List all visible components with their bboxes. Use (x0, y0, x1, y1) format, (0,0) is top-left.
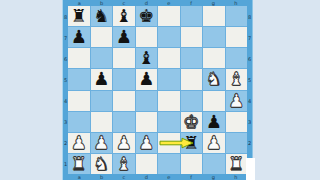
white-knight[interactable]: ♞ (93, 155, 109, 173)
square-g4[interactable] (203, 91, 225, 111)
square-f3[interactable]: ♚ (181, 112, 203, 132)
square-c8[interactable]: ♝ (113, 6, 135, 26)
rank-label: 2 (247, 132, 252, 153)
square-e2[interactable] (158, 133, 180, 153)
square-d1[interactable] (136, 154, 158, 174)
square-a2[interactable]: ♟ (68, 133, 90, 153)
chess-board: abcdefgh abcdefgh 87654321 87654321 ♜♞♝♚… (62, 0, 253, 180)
file-labels-bottom: abcdefgh (68, 174, 247, 180)
file-label: h (225, 174, 247, 180)
square-g1[interactable] (203, 154, 225, 174)
square-h7[interactable] (226, 27, 248, 47)
square-d7[interactable] (136, 27, 158, 47)
white-pawn[interactable]: ♟ (228, 92, 244, 110)
square-e3[interactable] (158, 112, 180, 132)
square-d2[interactable]: ♟ (136, 133, 158, 153)
square-a8[interactable]: ♜ (68, 6, 90, 26)
square-f7[interactable] (181, 27, 203, 47)
file-label: a (68, 174, 90, 180)
square-g3[interactable]: ♟ (203, 112, 225, 132)
rank-label: 6 (247, 48, 252, 69)
square-b7[interactable] (91, 27, 113, 47)
square-e7[interactable] (158, 27, 180, 47)
white-knight[interactable]: ♞ (206, 70, 222, 88)
square-f5[interactable] (181, 69, 203, 89)
black-bishop[interactable]: ♝ (116, 7, 132, 25)
square-c1[interactable]: ♝ (113, 154, 135, 174)
square-b4[interactable] (91, 91, 113, 111)
square-a1[interactable]: ♜ (68, 154, 90, 174)
square-g2[interactable]: ♟ (203, 133, 225, 153)
file-label: b (90, 174, 112, 180)
square-e8[interactable] (158, 6, 180, 26)
square-c3[interactable] (113, 112, 135, 132)
square-a6[interactable] (68, 48, 90, 68)
square-a7[interactable]: ♟ (68, 27, 90, 47)
white-rook[interactable]: ♜ (228, 155, 244, 173)
black-pawn[interactable]: ♟ (93, 70, 109, 88)
board-grid: ♜♞♝♚♟♟♝♟♟♞♝♟♚♟♟♟♟♟♜♟♜♞♝♜ (68, 6, 247, 174)
white-corner-patch (246, 158, 255, 180)
white-pawn[interactable]: ♟ (71, 134, 87, 152)
square-g8[interactable] (203, 6, 225, 26)
square-b2[interactable]: ♟ (91, 133, 113, 153)
rank-label: 8 (247, 6, 252, 27)
square-d3[interactable] (136, 112, 158, 132)
square-h1[interactable]: ♜ (226, 154, 248, 174)
screenshot-root: abcdefgh abcdefgh 87654321 87654321 ♜♞♝♚… (0, 0, 320, 180)
square-f4[interactable] (181, 91, 203, 111)
file-label: c (113, 174, 135, 180)
square-d4[interactable] (136, 91, 158, 111)
square-g6[interactable] (203, 48, 225, 68)
white-pawn[interactable]: ♟ (206, 134, 222, 152)
square-h6[interactable] (226, 48, 248, 68)
white-pawn[interactable]: ♟ (138, 134, 154, 152)
black-pawn[interactable]: ♟ (206, 113, 222, 131)
square-b6[interactable] (91, 48, 113, 68)
rank-label: 7 (247, 27, 252, 48)
white-bishop[interactable]: ♝ (228, 70, 244, 88)
square-f2[interactable]: ♜ (181, 133, 203, 153)
white-pawn[interactable]: ♟ (93, 134, 109, 152)
square-c4[interactable] (113, 91, 135, 111)
white-king[interactable]: ♚ (183, 113, 199, 131)
square-a4[interactable] (68, 91, 90, 111)
square-b5[interactable]: ♟ (91, 69, 113, 89)
square-h3[interactable] (226, 112, 248, 132)
square-g5[interactable]: ♞ (203, 69, 225, 89)
black-pawn[interactable]: ♟ (116, 28, 132, 46)
black-rook[interactable]: ♜ (183, 134, 199, 152)
square-h4[interactable]: ♟ (226, 91, 248, 111)
square-b3[interactable] (91, 112, 113, 132)
square-b8[interactable]: ♞ (91, 6, 113, 26)
square-h5[interactable]: ♝ (226, 69, 248, 89)
square-f8[interactable] (181, 6, 203, 26)
square-e5[interactable] (158, 69, 180, 89)
black-pawn[interactable]: ♟ (138, 70, 154, 88)
black-bishop[interactable]: ♝ (138, 49, 154, 67)
white-pawn[interactable]: ♟ (116, 134, 132, 152)
black-pawn[interactable]: ♟ (71, 28, 87, 46)
square-h2[interactable] (226, 133, 248, 153)
square-c2[interactable]: ♟ (113, 133, 135, 153)
square-f1[interactable] (181, 154, 203, 174)
square-c5[interactable] (113, 69, 135, 89)
square-b1[interactable]: ♞ (91, 154, 113, 174)
square-g7[interactable] (203, 27, 225, 47)
square-a3[interactable] (68, 112, 90, 132)
square-c7[interactable]: ♟ (113, 27, 135, 47)
file-label: d (135, 174, 157, 180)
white-rook[interactable]: ♜ (71, 155, 87, 173)
file-label: g (202, 174, 224, 180)
square-d6[interactable]: ♝ (136, 48, 158, 68)
black-king[interactable]: ♚ (138, 7, 154, 25)
square-d5[interactable]: ♟ (136, 69, 158, 89)
file-label: e (158, 174, 180, 180)
square-a5[interactable] (68, 69, 90, 89)
rank-labels-right: 87654321 (247, 6, 252, 174)
square-d8[interactable]: ♚ (136, 6, 158, 26)
square-e4[interactable] (158, 91, 180, 111)
black-knight[interactable]: ♞ (93, 7, 109, 25)
square-h8[interactable] (226, 6, 248, 26)
file-label: f (180, 174, 202, 180)
rank-label: 4 (247, 90, 252, 111)
square-e1[interactable] (158, 154, 180, 174)
square-e6[interactable] (158, 48, 180, 68)
square-f6[interactable] (181, 48, 203, 68)
rank-label: 3 (247, 111, 252, 132)
black-rook[interactable]: ♜ (71, 7, 87, 25)
white-bishop[interactable]: ♝ (116, 155, 132, 173)
square-c6[interactable] (113, 48, 135, 68)
rank-label: 5 (247, 69, 252, 90)
